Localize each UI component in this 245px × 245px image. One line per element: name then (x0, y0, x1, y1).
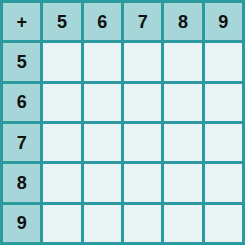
sum-cell-6-8[interactable] (164, 84, 201, 121)
sum-cell-5-9[interactable] (205, 43, 242, 80)
row-header-9: 9 (3, 205, 40, 242)
sum-cell-9-8[interactable] (164, 205, 201, 242)
sum-cell-8-8[interactable] (164, 164, 201, 201)
sum-cell-8-9[interactable] (205, 164, 242, 201)
column-header-8: 8 (164, 3, 201, 40)
column-header-5: 5 (43, 3, 80, 40)
row-header-6: 6 (3, 84, 40, 121)
sum-cell-7-8[interactable] (164, 124, 201, 161)
addition-table: +5678956789 (0, 0, 245, 245)
sum-cell-5-6[interactable] (84, 43, 121, 80)
sum-cell-7-5[interactable] (43, 124, 80, 161)
sum-cell-6-7[interactable] (124, 84, 161, 121)
operator-cell: + (3, 3, 40, 40)
sum-cell-6-9[interactable] (205, 84, 242, 121)
sum-cell-9-5[interactable] (43, 205, 80, 242)
sum-cell-6-6[interactable] (84, 84, 121, 121)
row-header-7: 7 (3, 124, 40, 161)
row-header-5: 5 (3, 43, 40, 80)
column-header-9: 9 (205, 3, 242, 40)
sum-cell-9-7[interactable] (124, 205, 161, 242)
sum-cell-5-7[interactable] (124, 43, 161, 80)
sum-cell-6-5[interactable] (43, 84, 80, 121)
sum-cell-7-7[interactable] (124, 124, 161, 161)
sum-cell-5-8[interactable] (164, 43, 201, 80)
sum-cell-7-9[interactable] (205, 124, 242, 161)
sum-cell-7-6[interactable] (84, 124, 121, 161)
sum-cell-8-7[interactable] (124, 164, 161, 201)
sum-cell-8-6[interactable] (84, 164, 121, 201)
row-header-8: 8 (3, 164, 40, 201)
sum-cell-9-6[interactable] (84, 205, 121, 242)
column-header-6: 6 (84, 3, 121, 40)
sum-cell-9-9[interactable] (205, 205, 242, 242)
sum-cell-8-5[interactable] (43, 164, 80, 201)
sum-cell-5-5[interactable] (43, 43, 80, 80)
column-header-7: 7 (124, 3, 161, 40)
